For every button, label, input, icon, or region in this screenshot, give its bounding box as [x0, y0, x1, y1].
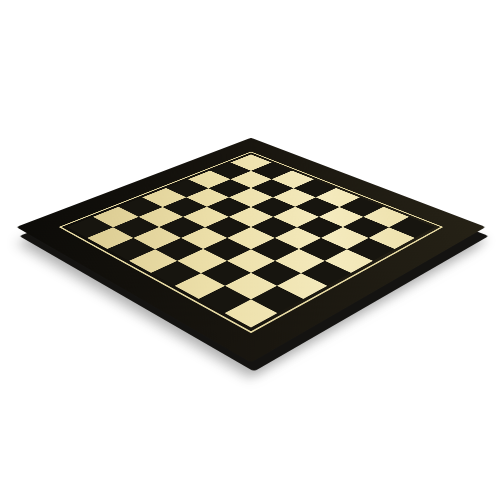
chessboard-photo	[0, 0, 500, 500]
